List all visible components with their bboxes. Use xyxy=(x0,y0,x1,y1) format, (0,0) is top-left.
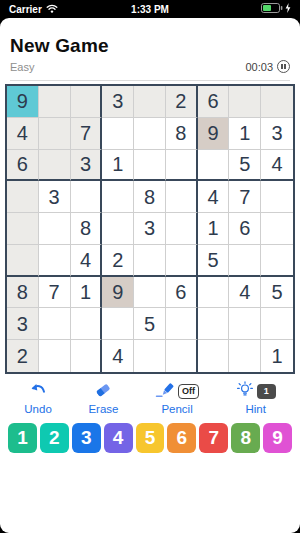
cell-r6c6[interactable] xyxy=(166,245,198,277)
cell-r6c3[interactable]: 4 xyxy=(71,245,103,277)
cell-r8c9[interactable] xyxy=(261,308,293,340)
undo-button[interactable]: Undo xyxy=(24,383,52,415)
sudoku-app: New Game Easy 00:03 93264789136315438478… xyxy=(0,18,300,533)
digit-button-7[interactable]: 7 xyxy=(199,423,228,453)
number-pad: 123456789 xyxy=(8,423,292,453)
timer-value: 00:03 xyxy=(245,61,273,73)
undo-icon xyxy=(29,382,47,401)
cell-r3c1[interactable]: 6 xyxy=(7,150,39,182)
header-divider xyxy=(10,80,290,81)
cell-r5c8[interactable]: 6 xyxy=(229,213,261,245)
cell-r3c4[interactable]: 1 xyxy=(102,150,134,182)
cell-r6c8[interactable] xyxy=(229,245,261,277)
cell-r1c9[interactable] xyxy=(261,86,293,118)
cell-r1c1[interactable]: 9 xyxy=(7,86,39,118)
cell-r3c9[interactable]: 4 xyxy=(261,150,293,182)
cell-r5c5[interactable]: 3 xyxy=(134,213,166,245)
cell-r6c5[interactable] xyxy=(134,245,166,277)
digit-button-5[interactable]: 5 xyxy=(136,423,165,453)
cell-r4c3[interactable] xyxy=(71,181,103,213)
pencil-label: Pencil xyxy=(161,403,192,415)
cell-r6c4[interactable]: 2 xyxy=(102,245,134,277)
cell-r5c4[interactable] xyxy=(102,213,134,245)
pencil-icon xyxy=(155,382,175,402)
cell-r1c8[interactable] xyxy=(229,86,261,118)
status-bar: Carrier 1:33 PM xyxy=(0,0,300,18)
cell-r2c5[interactable] xyxy=(134,118,166,150)
cell-r1c4[interactable]: 3 xyxy=(102,86,134,118)
cell-r8c4[interactable] xyxy=(102,308,134,340)
hint-count-badge: 1 xyxy=(257,384,276,399)
clock-label: 1:33 PM xyxy=(0,4,300,15)
cell-r7c8[interactable]: 4 xyxy=(229,277,261,309)
hint-button[interactable]: 1 Hint xyxy=(236,383,276,415)
cell-r4c6[interactable] xyxy=(166,181,198,213)
digit-button-2[interactable]: 2 xyxy=(40,423,69,453)
digit-button-4[interactable]: 4 xyxy=(104,423,133,453)
cell-r6c2[interactable] xyxy=(39,245,71,277)
cell-r9c9[interactable]: 1 xyxy=(261,340,293,372)
sudoku-board: 93264789136315438478316425871964535241 xyxy=(5,84,295,374)
pencil-toggle[interactable]: Off Pencil xyxy=(155,383,199,415)
cell-r3c2[interactable] xyxy=(39,150,71,182)
erase-label: Erase xyxy=(88,403,118,415)
cell-r1c3[interactable] xyxy=(71,86,103,118)
hint-bulb-icon xyxy=(236,381,254,402)
cell-r7c3[interactable]: 1 xyxy=(71,277,103,309)
cell-r8c3[interactable] xyxy=(71,308,103,340)
digit-button-9[interactable]: 9 xyxy=(263,423,292,453)
cell-r2c2[interactable] xyxy=(39,118,71,150)
cell-r7c9[interactable]: 5 xyxy=(261,277,293,309)
cell-r2c6[interactable]: 8 xyxy=(166,118,198,150)
cell-r7c4[interactable]: 9 xyxy=(102,277,134,309)
cell-r9c5[interactable] xyxy=(134,340,166,372)
cell-r4c9[interactable] xyxy=(261,181,293,213)
cell-r8c2[interactable] xyxy=(39,308,71,340)
cell-r4c8[interactable]: 7 xyxy=(229,181,261,213)
cell-r9c1[interactable]: 2 xyxy=(7,340,39,372)
game-header: New Game Easy 00:03 xyxy=(0,18,300,81)
cell-r8c7[interactable] xyxy=(198,308,230,340)
cell-r4c7[interactable]: 4 xyxy=(198,181,230,213)
cell-r5c3[interactable]: 8 xyxy=(71,213,103,245)
cell-r8c8[interactable] xyxy=(229,308,261,340)
cell-r2c3[interactable]: 7 xyxy=(71,118,103,150)
cell-r9c3[interactable] xyxy=(71,340,103,372)
page-title: New Game xyxy=(10,35,290,57)
cell-r2c1[interactable]: 4 xyxy=(7,118,39,150)
cell-r2c4[interactable] xyxy=(102,118,134,150)
cell-r2c8[interactable]: 1 xyxy=(229,118,261,150)
cell-r7c6[interactable]: 6 xyxy=(166,277,198,309)
battery-icon xyxy=(261,3,283,15)
cell-r5c9[interactable] xyxy=(261,213,293,245)
cell-r8c5[interactable]: 5 xyxy=(134,308,166,340)
cell-r4c1[interactable] xyxy=(7,181,39,213)
charging-bolt-icon xyxy=(285,3,291,15)
cell-r3c5[interactable] xyxy=(134,150,166,182)
cell-r5c6[interactable] xyxy=(166,213,198,245)
cell-r2c9[interactable]: 3 xyxy=(261,118,293,150)
eraser-icon xyxy=(94,382,112,402)
cell-r8c6[interactable] xyxy=(166,308,198,340)
digit-button-3[interactable]: 3 xyxy=(72,423,101,453)
digit-button-6[interactable]: 6 xyxy=(167,423,196,453)
cell-r4c5[interactable]: 8 xyxy=(134,181,166,213)
cell-r9c8[interactable] xyxy=(229,340,261,372)
undo-label: Undo xyxy=(24,403,52,415)
cell-r1c6[interactable]: 2 xyxy=(166,86,198,118)
hint-label: Hint xyxy=(245,403,265,415)
cell-r6c7[interactable]: 5 xyxy=(198,245,230,277)
cell-r4c2[interactable]: 3 xyxy=(39,181,71,213)
cell-r9c7[interactable] xyxy=(198,340,230,372)
erase-button[interactable]: Erase xyxy=(88,383,118,415)
digit-button-1[interactable]: 1 xyxy=(8,423,37,453)
cell-r1c7[interactable]: 6 xyxy=(198,86,230,118)
cell-r2c7[interactable]: 9 xyxy=(198,118,230,150)
cell-r7c7[interactable] xyxy=(198,277,230,309)
cell-r3c6[interactable] xyxy=(166,150,198,182)
difficulty-label: Easy xyxy=(10,61,34,73)
cell-r5c1[interactable] xyxy=(7,213,39,245)
cell-r1c2[interactable] xyxy=(39,86,71,118)
pause-button[interactable] xyxy=(277,60,290,73)
cell-r3c7[interactable] xyxy=(198,150,230,182)
cell-r7c2[interactable]: 7 xyxy=(39,277,71,309)
cell-r9c2[interactable] xyxy=(39,340,71,372)
cell-r7c1[interactable]: 8 xyxy=(7,277,39,309)
digit-button-8[interactable]: 8 xyxy=(231,423,260,453)
cell-r9c6[interactable] xyxy=(166,340,198,372)
cell-r6c9[interactable] xyxy=(261,245,293,277)
phone-screen: Carrier 1:33 PM New Game Easy 00:03 xyxy=(0,0,300,533)
cell-r9c4[interactable]: 4 xyxy=(102,340,134,372)
cell-r7c5[interactable] xyxy=(134,277,166,309)
cell-r1c5[interactable] xyxy=(134,86,166,118)
cell-r4c4[interactable] xyxy=(102,181,134,213)
cell-r5c7[interactable]: 1 xyxy=(198,213,230,245)
cell-r8c1[interactable]: 3 xyxy=(7,308,39,340)
cell-r5c2[interactable] xyxy=(39,213,71,245)
action-toolbar: Undo Erase Off Pencil xyxy=(0,383,300,415)
cell-r3c3[interactable]: 3 xyxy=(71,150,103,182)
pencil-state-badge: Off xyxy=(178,384,199,399)
cell-r6c1[interactable] xyxy=(7,245,39,277)
cell-r3c8[interactable]: 5 xyxy=(229,150,261,182)
